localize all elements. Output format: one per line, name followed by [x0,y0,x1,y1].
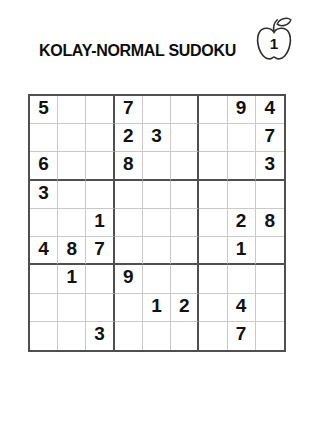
cell-r2c9[interactable]: 7 [256,124,284,152]
cell-r9c8[interactable]: 7 [228,322,256,350]
cell-r2c1[interactable] [30,124,58,152]
cell-r6c7[interactable] [199,237,227,265]
cell-r3c6[interactable] [171,152,199,180]
cell-r3c9[interactable]: 3 [256,152,284,180]
cell-r8c7[interactable] [199,294,227,322]
cell-r7c3[interactable] [86,265,114,293]
cell-r6c1[interactable]: 4 [30,237,58,265]
cell-r1c8[interactable]: 9 [228,96,256,124]
cell-r6c6[interactable] [171,237,199,265]
cell-r7c7[interactable] [199,265,227,293]
cell-r3c7[interactable] [199,152,227,180]
cell-r9c1[interactable] [30,322,58,350]
cell-r5c5[interactable] [143,209,171,237]
cell-r7c4[interactable]: 9 [115,265,143,293]
cell-r3c3[interactable] [86,152,114,180]
cell-r1c2[interactable] [58,96,86,124]
cell-r1c5[interactable] [143,96,171,124]
given-digit: 4 [265,98,276,117]
given-digit: 7 [236,324,247,343]
cell-r3c5[interactable] [143,152,171,180]
cell-r8c6[interactable]: 2 [171,294,199,322]
given-digit: 7 [123,98,134,117]
given-digit: 2 [123,126,134,145]
cell-r6c2[interactable]: 8 [58,237,86,265]
cell-r6c9[interactable] [256,237,284,265]
cell-r4c4[interactable] [115,181,143,209]
cell-r9c2[interactable] [58,322,86,350]
cell-r8c2[interactable] [58,294,86,322]
given-digit: 1 [67,267,78,286]
given-digit: 4 [38,239,49,258]
cell-r8c1[interactable] [30,294,58,322]
given-digit: 2 [179,296,190,315]
cell-r9c5[interactable] [143,322,171,350]
cell-r4c9[interactable] [256,181,284,209]
cell-r3c4[interactable]: 8 [115,152,143,180]
cell-r8c5[interactable]: 1 [143,294,171,322]
given-digit: 7 [265,126,276,145]
cell-r8c8[interactable]: 4 [228,294,256,322]
cell-r2c3[interactable] [86,124,114,152]
cell-r2c4[interactable]: 2 [115,124,143,152]
cell-r4c7[interactable] [199,181,227,209]
cell-r5c2[interactable] [58,209,86,237]
cell-r9c6[interactable] [171,322,199,350]
apple-badge-number: 1 [270,35,279,52]
cell-r5c9[interactable]: 8 [256,209,284,237]
given-digit: 9 [123,267,134,286]
cell-r4c5[interactable] [143,181,171,209]
cell-r4c6[interactable] [171,181,199,209]
cell-r5c3[interactable]: 1 [86,209,114,237]
given-digit: 8 [123,154,134,173]
cell-r7c2[interactable]: 1 [58,265,86,293]
cell-r6c5[interactable] [143,237,171,265]
cell-r2c2[interactable] [58,124,86,152]
given-digit: 3 [151,126,162,145]
cell-r4c8[interactable] [228,181,256,209]
cell-r4c3[interactable] [86,181,114,209]
cell-r1c3[interactable] [86,96,114,124]
cell-r1c1[interactable]: 5 [30,96,58,124]
cell-r8c4[interactable] [115,294,143,322]
given-digit: 6 [38,154,49,173]
cell-r5c1[interactable] [30,209,58,237]
page-title: KOLAY-NORMAL SUDOKU [39,42,236,60]
cell-r6c8[interactable]: 1 [228,237,256,265]
cell-r6c3[interactable]: 7 [86,237,114,265]
given-digit: 8 [67,239,78,258]
given-digit: 9 [236,98,247,117]
given-digit: 3 [38,183,49,202]
given-digit: 2 [236,211,247,230]
cell-r5c8[interactable]: 2 [228,209,256,237]
cell-r7c6[interactable] [171,265,199,293]
cell-r1c6[interactable] [171,96,199,124]
cell-r3c1[interactable]: 6 [30,152,58,180]
given-digit: 8 [265,211,276,230]
cell-r9c9[interactable] [256,322,284,350]
cell-r2c6[interactable] [171,124,199,152]
cell-r4c1[interactable]: 3 [30,181,58,209]
cell-r7c1[interactable] [30,265,58,293]
given-digit: 7 [94,239,105,258]
cell-r1c7[interactable] [199,96,227,124]
given-digit: 1 [151,296,162,315]
cell-r1c4[interactable]: 7 [115,96,143,124]
given-digit: 3 [94,324,105,343]
cell-r9c4[interactable] [115,322,143,350]
cell-r8c9[interactable] [256,294,284,322]
cell-r8c3[interactable] [86,294,114,322]
sudoku-page: KOLAY-NORMAL SUDOKU 1 579423768331284871… [0,0,318,448]
cell-r7c9[interactable] [256,265,284,293]
cell-r9c3[interactable]: 3 [86,322,114,350]
cell-r3c2[interactable] [58,152,86,180]
cell-r3c8[interactable] [228,152,256,180]
given-digit: 1 [94,211,105,230]
cell-r2c7[interactable] [199,124,227,152]
cell-r9c7[interactable] [199,322,227,350]
cell-r1c9[interactable]: 4 [256,96,284,124]
cell-r5c6[interactable] [171,209,199,237]
given-digit: 1 [236,239,247,258]
sudoku-grid: 5794237683312848711912437 [28,94,286,352]
cell-r2c5[interactable]: 3 [143,124,171,152]
cell-r7c8[interactable] [228,265,256,293]
cell-r4c2[interactable] [58,181,86,209]
given-digit: 5 [38,98,49,117]
cell-r5c4[interactable] [115,209,143,237]
cell-r5c7[interactable] [199,209,227,237]
cell-r7c5[interactable] [143,265,171,293]
given-digit: 3 [265,154,276,173]
apple-icon: 1 [252,16,296,66]
cell-r2c8[interactable] [228,124,256,152]
given-digit: 4 [236,296,247,315]
cell-r6c4[interactable] [115,237,143,265]
